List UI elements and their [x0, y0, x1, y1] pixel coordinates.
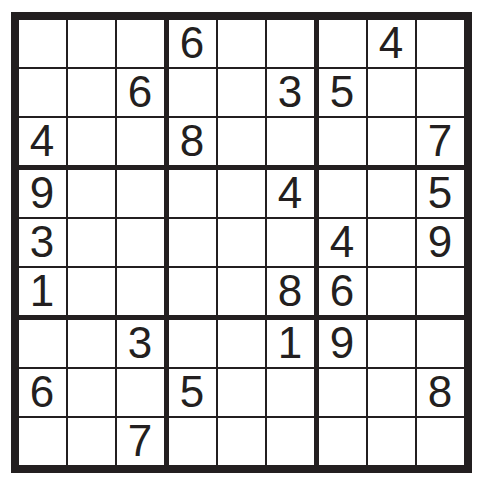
cell-r5c8[interactable]: [368, 219, 415, 266]
cell-r1c4[interactable]: 6: [169, 20, 216, 67]
cell-r8c9[interactable]: 8: [417, 369, 464, 416]
cell-r5c1[interactable]: 3: [19, 219, 66, 266]
box-7: 367: [19, 320, 164, 465]
cell-r5c2[interactable]: [68, 219, 115, 266]
cell-r4c2[interactable]: [68, 170, 115, 217]
cell-r1c6[interactable]: [267, 20, 314, 67]
cell-r1c1[interactable]: [19, 20, 66, 67]
cell-r9c5[interactable]: [218, 418, 265, 465]
cell-r2c3[interactable]: 6: [117, 69, 164, 116]
cell-r4c8[interactable]: [368, 170, 415, 217]
box-1: 64: [19, 20, 164, 165]
box-9: 98: [319, 320, 464, 465]
box-3: 457: [319, 20, 464, 165]
box-2: 638: [169, 20, 314, 165]
cell-r2c7[interactable]: 5: [319, 69, 366, 116]
box-5: 48: [169, 170, 314, 315]
cell-r6c5[interactable]: [218, 268, 265, 315]
cell-r3c9[interactable]: 7: [417, 118, 464, 165]
cell-r3c1[interactable]: 4: [19, 118, 66, 165]
cell-r9c1[interactable]: [19, 418, 66, 465]
cell-r3c7[interactable]: [319, 118, 366, 165]
box-8: 15: [169, 320, 314, 465]
cell-r9c2[interactable]: [68, 418, 115, 465]
cell-r5c4[interactable]: [169, 219, 216, 266]
cell-r6c7[interactable]: 6: [319, 268, 366, 315]
cell-r2c8[interactable]: [368, 69, 415, 116]
cell-r7c4[interactable]: [169, 320, 216, 367]
cell-r3c8[interactable]: [368, 118, 415, 165]
cell-r7c9[interactable]: [417, 320, 464, 367]
cell-r4c7[interactable]: [319, 170, 366, 217]
cell-r7c8[interactable]: [368, 320, 415, 367]
cell-r8c2[interactable]: [68, 369, 115, 416]
cell-r2c1[interactable]: [19, 69, 66, 116]
cell-r4c4[interactable]: [169, 170, 216, 217]
cell-r8c5[interactable]: [218, 369, 265, 416]
cell-r9c7[interactable]: [319, 418, 366, 465]
cell-r9c4[interactable]: [169, 418, 216, 465]
cell-r1c2[interactable]: [68, 20, 115, 67]
cell-r4c5[interactable]: [218, 170, 265, 217]
cell-r6c1[interactable]: 1: [19, 268, 66, 315]
cell-r2c2[interactable]: [68, 69, 115, 116]
cell-r2c6[interactable]: 3: [267, 69, 314, 116]
cell-r6c4[interactable]: [169, 268, 216, 315]
cell-r2c4[interactable]: [169, 69, 216, 116]
cell-r4c6[interactable]: 4: [267, 170, 314, 217]
cell-r3c6[interactable]: [267, 118, 314, 165]
cell-r3c5[interactable]: [218, 118, 265, 165]
cell-r7c3[interactable]: 3: [117, 320, 164, 367]
cell-r9c9[interactable]: [417, 418, 464, 465]
cell-r6c6[interactable]: 8: [267, 268, 314, 315]
cell-r8c3[interactable]: [117, 369, 164, 416]
cell-r8c7[interactable]: [319, 369, 366, 416]
cell-r9c6[interactable]: [267, 418, 314, 465]
cell-r1c8[interactable]: 4: [368, 20, 415, 67]
sudoku-board: 646384579314854963671598: [11, 12, 472, 473]
cell-r7c7[interactable]: 9: [319, 320, 366, 367]
box-6: 5496: [319, 170, 464, 315]
cell-r8c1[interactable]: 6: [19, 369, 66, 416]
cell-r5c7[interactable]: 4: [319, 219, 366, 266]
cell-r6c9[interactable]: [417, 268, 464, 315]
cell-r8c6[interactable]: [267, 369, 314, 416]
cell-r7c6[interactable]: 1: [267, 320, 314, 367]
cell-r7c5[interactable]: [218, 320, 265, 367]
cell-r3c4[interactable]: 8: [169, 118, 216, 165]
cell-r3c2[interactable]: [68, 118, 115, 165]
cell-r5c5[interactable]: [218, 219, 265, 266]
cell-r5c6[interactable]: [267, 219, 314, 266]
cell-r6c3[interactable]: [117, 268, 164, 315]
cell-r4c1[interactable]: 9: [19, 170, 66, 217]
cell-r5c3[interactable]: [117, 219, 164, 266]
cell-r6c2[interactable]: [68, 268, 115, 315]
box-4: 931: [19, 170, 164, 315]
cell-r4c9[interactable]: 5: [417, 170, 464, 217]
cell-r1c5[interactable]: [218, 20, 265, 67]
cell-r9c8[interactable]: [368, 418, 415, 465]
cell-r2c5[interactable]: [218, 69, 265, 116]
cell-r8c4[interactable]: 5: [169, 369, 216, 416]
cell-r7c1[interactable]: [19, 320, 66, 367]
cell-r1c3[interactable]: [117, 20, 164, 67]
cell-r1c7[interactable]: [319, 20, 366, 67]
cell-r6c8[interactable]: [368, 268, 415, 315]
cell-r9c3[interactable]: 7: [117, 418, 164, 465]
cell-r1c9[interactable]: [417, 20, 464, 67]
cell-r4c3[interactable]: [117, 170, 164, 217]
cell-r5c9[interactable]: 9: [417, 219, 464, 266]
sudoku-page: 646384579314854963671598: [0, 0, 482, 484]
cell-r3c3[interactable]: [117, 118, 164, 165]
cell-r7c2[interactable]: [68, 320, 115, 367]
cell-r2c9[interactable]: [417, 69, 464, 116]
cell-r8c8[interactable]: [368, 369, 415, 416]
